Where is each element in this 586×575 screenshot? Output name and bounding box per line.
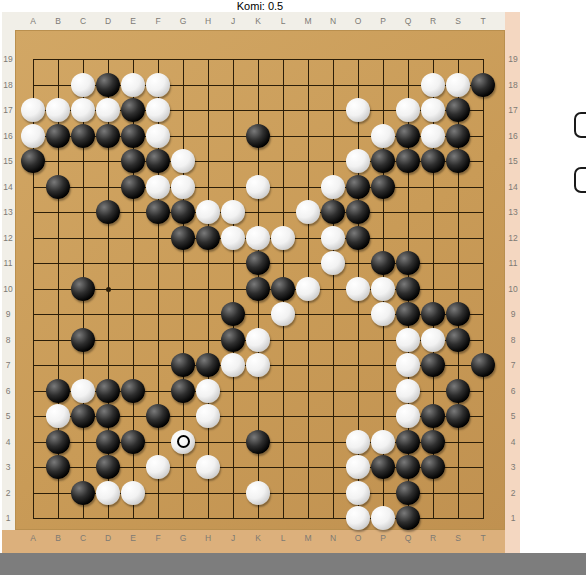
column-label: S bbox=[450, 16, 466, 26]
stone-B5 bbox=[46, 404, 70, 428]
row-label: 2 bbox=[2, 487, 14, 499]
row-label: 15 bbox=[507, 155, 519, 167]
stone-P4 bbox=[371, 430, 395, 454]
stone-D17 bbox=[96, 98, 120, 122]
row-label: 1 bbox=[507, 512, 519, 524]
stone-Q7 bbox=[396, 353, 420, 377]
row-label: 14 bbox=[507, 181, 519, 193]
stone-Q9 bbox=[396, 302, 420, 326]
grid-line-v bbox=[483, 59, 484, 519]
stone-R9 bbox=[421, 302, 445, 326]
row-label: 6 bbox=[507, 385, 519, 397]
stone-D13 bbox=[96, 200, 120, 224]
stone-R8 bbox=[421, 328, 445, 352]
stone-E17 bbox=[121, 98, 145, 122]
stone-D4 bbox=[96, 430, 120, 454]
row-label: 14 bbox=[2, 181, 14, 193]
stone-P1 bbox=[371, 506, 395, 530]
stone-H6 bbox=[196, 379, 220, 403]
stone-Q4 bbox=[396, 430, 420, 454]
column-label: N bbox=[325, 16, 341, 26]
column-label: B bbox=[50, 16, 66, 26]
row-label: 1 bbox=[2, 512, 14, 524]
stone-M13 bbox=[296, 200, 320, 224]
stone-E16 bbox=[121, 124, 145, 148]
stone-Q2 bbox=[396, 481, 420, 505]
stone-E18 bbox=[121, 73, 145, 97]
stone-J8 bbox=[221, 328, 245, 352]
stone-Q16 bbox=[396, 124, 420, 148]
stone-T7 bbox=[471, 353, 495, 377]
stone-R3 bbox=[421, 455, 445, 479]
column-label: F bbox=[150, 533, 166, 543]
stone-A16 bbox=[21, 124, 45, 148]
stone-J12 bbox=[221, 226, 245, 250]
column-label: J bbox=[225, 16, 241, 26]
stone-S8 bbox=[446, 328, 470, 352]
row-label: 3 bbox=[507, 461, 519, 473]
stone-O3 bbox=[346, 455, 370, 479]
stone-R4 bbox=[421, 430, 445, 454]
row-label: 19 bbox=[507, 53, 519, 65]
stone-H13 bbox=[196, 200, 220, 224]
stone-Q8 bbox=[396, 328, 420, 352]
last-move-marker bbox=[177, 435, 190, 448]
stone-K11 bbox=[246, 251, 270, 275]
column-label: T bbox=[475, 533, 491, 543]
stone-P15 bbox=[371, 149, 395, 173]
row-label: 12 bbox=[2, 232, 14, 244]
row-label: 4 bbox=[507, 436, 519, 448]
stone-S18 bbox=[446, 73, 470, 97]
column-label: E bbox=[125, 533, 141, 543]
star-point bbox=[106, 287, 111, 292]
row-label: 6 bbox=[2, 385, 14, 397]
column-label: D bbox=[100, 533, 116, 543]
stone-B4 bbox=[46, 430, 70, 454]
stone-O1 bbox=[346, 506, 370, 530]
column-label: M bbox=[300, 533, 316, 543]
stone-G7 bbox=[171, 353, 195, 377]
stone-C10 bbox=[71, 277, 95, 301]
stone-O15 bbox=[346, 149, 370, 173]
column-label: S bbox=[450, 533, 466, 543]
stone-D3 bbox=[96, 455, 120, 479]
stone-P14 bbox=[371, 175, 395, 199]
row-label: 5 bbox=[507, 410, 519, 422]
stone-A17 bbox=[21, 98, 45, 122]
grid-line-v bbox=[333, 59, 334, 519]
stone-F18 bbox=[146, 73, 170, 97]
stone-F13 bbox=[146, 200, 170, 224]
stone-K8 bbox=[246, 328, 270, 352]
stone-B14 bbox=[46, 175, 70, 199]
stone-F16 bbox=[146, 124, 170, 148]
stone-D18 bbox=[96, 73, 120, 97]
stone-R15 bbox=[421, 149, 445, 173]
stone-P3 bbox=[371, 455, 395, 479]
stone-B3 bbox=[46, 455, 70, 479]
stone-B17 bbox=[46, 98, 70, 122]
partial-button-bottom[interactable] bbox=[574, 167, 586, 193]
column-label: T bbox=[475, 16, 491, 26]
row-label: 16 bbox=[507, 130, 519, 142]
stone-R5 bbox=[421, 404, 445, 428]
stone-Q15 bbox=[396, 149, 420, 173]
row-label: 13 bbox=[2, 206, 14, 218]
stone-C8 bbox=[71, 328, 95, 352]
stone-S5 bbox=[446, 404, 470, 428]
stone-J7 bbox=[221, 353, 245, 377]
column-label: F bbox=[150, 16, 166, 26]
row-label: 8 bbox=[2, 334, 14, 346]
stone-G6 bbox=[171, 379, 195, 403]
stone-L10 bbox=[271, 277, 295, 301]
column-label: E bbox=[125, 16, 141, 26]
row-label: 7 bbox=[507, 359, 519, 371]
stone-P9 bbox=[371, 302, 395, 326]
stone-H3 bbox=[196, 455, 220, 479]
stone-O13 bbox=[346, 200, 370, 224]
right-panel bbox=[520, 0, 586, 553]
column-label: B bbox=[50, 533, 66, 543]
column-label: P bbox=[375, 16, 391, 26]
stone-C16 bbox=[71, 124, 95, 148]
stone-K2 bbox=[246, 481, 270, 505]
row-label: 17 bbox=[507, 104, 519, 116]
row-label: 4 bbox=[2, 436, 14, 448]
row-label: 7 bbox=[2, 359, 14, 371]
column-label: K bbox=[250, 16, 266, 26]
row-label: 11 bbox=[2, 257, 14, 269]
row-label: 2 bbox=[507, 487, 519, 499]
stone-O14 bbox=[346, 175, 370, 199]
stone-H5 bbox=[196, 404, 220, 428]
stone-F3 bbox=[146, 455, 170, 479]
row-label: 12 bbox=[507, 232, 519, 244]
stone-F14 bbox=[146, 175, 170, 199]
stone-K14 bbox=[246, 175, 270, 199]
stone-R16 bbox=[421, 124, 445, 148]
stone-P11 bbox=[371, 251, 395, 275]
stone-N12 bbox=[321, 226, 345, 250]
stone-O10 bbox=[346, 277, 370, 301]
stone-J9 bbox=[221, 302, 245, 326]
stone-K16 bbox=[246, 124, 270, 148]
row-label: 16 bbox=[2, 130, 14, 142]
row-label: 3 bbox=[2, 461, 14, 473]
stone-F5 bbox=[146, 404, 170, 428]
row-label: 18 bbox=[2, 79, 14, 91]
column-label: K bbox=[250, 533, 266, 543]
stone-R18 bbox=[421, 73, 445, 97]
stone-Q6 bbox=[396, 379, 420, 403]
stone-E6 bbox=[121, 379, 145, 403]
stone-E14 bbox=[121, 175, 145, 199]
stone-L9 bbox=[271, 302, 295, 326]
stone-Q5 bbox=[396, 404, 420, 428]
stone-K10 bbox=[246, 277, 270, 301]
column-label: J bbox=[225, 533, 241, 543]
stone-S17 bbox=[446, 98, 470, 122]
stone-L12 bbox=[271, 226, 295, 250]
stone-G4 bbox=[171, 430, 195, 454]
stone-B6 bbox=[46, 379, 70, 403]
stone-Q3 bbox=[396, 455, 420, 479]
bottom-bar bbox=[0, 553, 586, 575]
stone-S6 bbox=[446, 379, 470, 403]
stone-G15 bbox=[171, 149, 195, 173]
stone-F15 bbox=[146, 149, 170, 173]
column-label: O bbox=[350, 533, 366, 543]
stone-P10 bbox=[371, 277, 395, 301]
column-label: H bbox=[200, 16, 216, 26]
row-label: 19 bbox=[2, 53, 14, 65]
stone-D5 bbox=[96, 404, 120, 428]
column-label: C bbox=[75, 16, 91, 26]
row-label: 15 bbox=[2, 155, 14, 167]
stone-Q17 bbox=[396, 98, 420, 122]
column-label: L bbox=[275, 16, 291, 26]
stone-M10 bbox=[296, 277, 320, 301]
column-label: L bbox=[275, 533, 291, 543]
row-label: 8 bbox=[507, 334, 519, 346]
column-label: M bbox=[300, 16, 316, 26]
stone-S9 bbox=[446, 302, 470, 326]
stone-O12 bbox=[346, 226, 370, 250]
stone-D16 bbox=[96, 124, 120, 148]
row-label: 18 bbox=[507, 79, 519, 91]
stone-C6 bbox=[71, 379, 95, 403]
stone-K4 bbox=[246, 430, 270, 454]
stone-H12 bbox=[196, 226, 220, 250]
stone-S15 bbox=[446, 149, 470, 173]
column-label: G bbox=[175, 16, 191, 26]
board-frame: AABBCCDDEEFFGGHHJJKKLLMMNNOOPPQQRRSSTT19… bbox=[2, 12, 520, 553]
stone-A15 bbox=[21, 149, 45, 173]
stone-C5 bbox=[71, 404, 95, 428]
column-label: A bbox=[25, 533, 41, 543]
stone-H7 bbox=[196, 353, 220, 377]
stone-K7 bbox=[246, 353, 270, 377]
stone-S16 bbox=[446, 124, 470, 148]
column-label: H bbox=[200, 533, 216, 543]
column-label: Q bbox=[400, 16, 416, 26]
column-label: N bbox=[325, 533, 341, 543]
stone-C17 bbox=[71, 98, 95, 122]
stone-F17 bbox=[146, 98, 170, 122]
row-label: 10 bbox=[2, 283, 14, 295]
stone-N11 bbox=[321, 251, 345, 275]
column-label: R bbox=[425, 533, 441, 543]
stone-G13 bbox=[171, 200, 195, 224]
column-label: G bbox=[175, 533, 191, 543]
column-label: O bbox=[350, 16, 366, 26]
column-label: D bbox=[100, 16, 116, 26]
column-label: R bbox=[425, 16, 441, 26]
stone-C2 bbox=[71, 481, 95, 505]
stone-G14 bbox=[171, 175, 195, 199]
stone-O4 bbox=[346, 430, 370, 454]
stone-D2 bbox=[96, 481, 120, 505]
row-label: 10 bbox=[507, 283, 519, 295]
stone-K12 bbox=[246, 226, 270, 250]
stone-O2 bbox=[346, 481, 370, 505]
app-window: Komi: 0.5 AABBCCDDEEFFGGHHJJKKLLMMNNOOPP… bbox=[0, 0, 586, 575]
stone-G12 bbox=[171, 226, 195, 250]
stone-P16 bbox=[371, 124, 395, 148]
stone-E2 bbox=[121, 481, 145, 505]
stone-R7 bbox=[421, 353, 445, 377]
stone-E15 bbox=[121, 149, 145, 173]
partial-button-top[interactable] bbox=[574, 112, 586, 138]
stone-T18 bbox=[471, 73, 495, 97]
column-label: A bbox=[25, 16, 41, 26]
stone-R17 bbox=[421, 98, 445, 122]
row-label: 11 bbox=[507, 257, 519, 269]
stone-B16 bbox=[46, 124, 70, 148]
stone-O17 bbox=[346, 98, 370, 122]
stone-C18 bbox=[71, 73, 95, 97]
stone-Q1 bbox=[396, 506, 420, 530]
column-label: P bbox=[375, 533, 391, 543]
stone-N14 bbox=[321, 175, 345, 199]
row-label: 17 bbox=[2, 104, 14, 116]
row-label: 13 bbox=[507, 206, 519, 218]
row-label: 5 bbox=[2, 410, 14, 422]
stone-D6 bbox=[96, 379, 120, 403]
stone-Q11 bbox=[396, 251, 420, 275]
row-label: 9 bbox=[507, 308, 519, 320]
row-label: 9 bbox=[2, 308, 14, 320]
stone-E4 bbox=[121, 430, 145, 454]
stone-J13 bbox=[221, 200, 245, 224]
column-label: Q bbox=[400, 533, 416, 543]
column-label: C bbox=[75, 533, 91, 543]
stone-Q10 bbox=[396, 277, 420, 301]
stone-N13 bbox=[321, 200, 345, 224]
